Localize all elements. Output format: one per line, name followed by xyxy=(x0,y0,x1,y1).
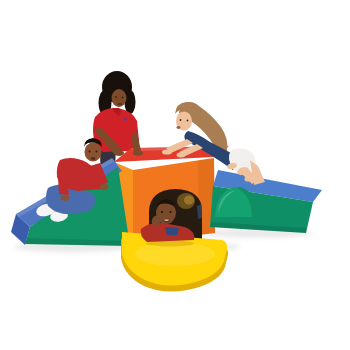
girl-eye-left xyxy=(180,119,182,121)
adult-hand-right xyxy=(133,150,143,156)
boy-mouth xyxy=(91,157,96,160)
boy-eye-left xyxy=(89,151,91,153)
adult-eye-right xyxy=(122,97,124,99)
tunnel-boy-eye-right xyxy=(170,211,172,213)
adult-hand-left xyxy=(114,150,124,156)
tunnel-boy-denim xyxy=(165,227,179,235)
boy-hand-left xyxy=(61,195,70,201)
girl-toes xyxy=(245,176,252,181)
boy-hand-right xyxy=(100,184,109,190)
girl-mouth xyxy=(177,126,181,129)
girl-hand-right xyxy=(177,153,186,158)
adult-eye-left xyxy=(115,96,117,98)
adult-hair-lock-right xyxy=(125,90,136,114)
girl-eye-right xyxy=(187,120,189,122)
boy-eye-right xyxy=(96,151,98,153)
tunnel-boy-eye-left xyxy=(161,211,163,213)
girl-hand-left xyxy=(162,149,172,154)
adult-mouth xyxy=(118,103,122,105)
scene-canvas xyxy=(0,0,350,350)
product-photo xyxy=(0,0,350,350)
tunnel-inner-glow-bright xyxy=(184,196,194,205)
adult-shirt-logo xyxy=(123,117,126,120)
tunnel-boy-teeth xyxy=(165,220,169,221)
